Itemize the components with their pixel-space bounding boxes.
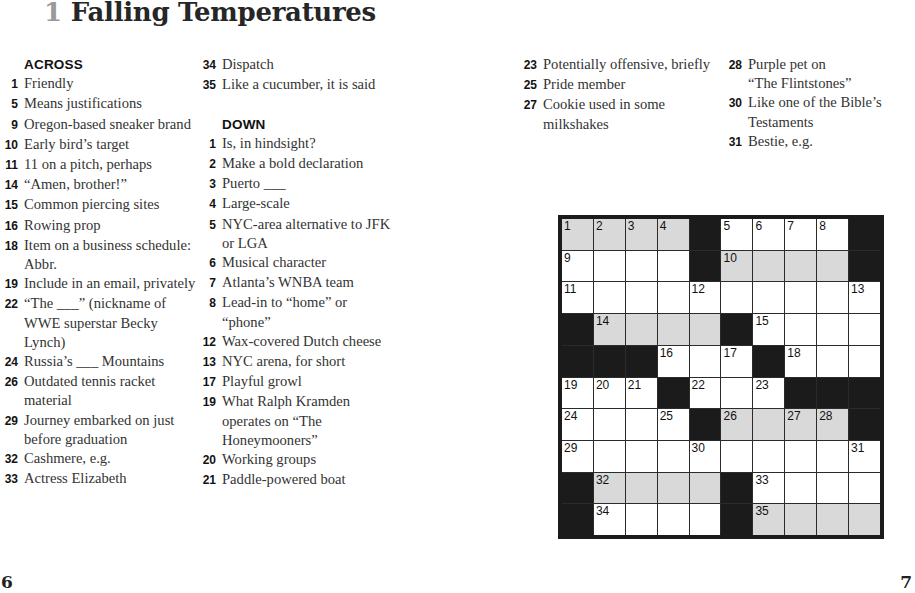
clue-number: 34 — [200, 55, 216, 75]
clue-down-28: 28Purple pet on “The Flintstones” — [726, 55, 911, 93]
clue-across-14: 14“Amen, brother!” — [2, 175, 197, 195]
cell-number: 27 — [787, 410, 800, 422]
clue-number: 1 — [2, 74, 18, 94]
clue-text: Outdated tennis racket material — [24, 372, 197, 410]
clue-across-18: 18Item on a business schedule: Abbr. — [2, 236, 197, 274]
clue-across-33: 33Actress Elizabeth — [2, 469, 197, 489]
cell-number: 14 — [596, 315, 609, 327]
clue-down-13: 13NYC arena, for short — [200, 352, 395, 372]
cell-r6c7[interactable]: 23 — [753, 378, 784, 409]
cell-number: 26 — [723, 410, 736, 422]
clue-down-5: 5NYC-area alternative to JFK or LGA — [200, 215, 395, 253]
cell-r2c3[interactable] — [626, 251, 657, 282]
cell-r3c2[interactable] — [594, 282, 625, 313]
cell-r4c2[interactable]: 14 — [594, 314, 625, 345]
block-r6c4 — [658, 378, 689, 409]
clue-across-26: 26Outdated tennis racket material — [2, 372, 197, 410]
cell-r5c8[interactable]: 18 — [785, 346, 816, 377]
clue-text: Large-scale — [222, 194, 290, 213]
clue-text: Musical character — [222, 253, 326, 272]
page-number-right: 7 — [900, 572, 912, 592]
puzzle-title: 1Falling Temperatures — [44, 0, 376, 27]
clue-number: 16 — [2, 216, 18, 236]
clue-text: Means justifications — [24, 94, 142, 113]
clue-column-across: ACROSS1Friendly5Means justifications9Ore… — [2, 55, 197, 489]
cell-number: 35 — [755, 505, 768, 517]
clue-across-34: 34Dispatch — [200, 55, 395, 75]
clue-across-22: 22“The ___” (nickname of WWE superstar B… — [2, 294, 197, 352]
cell-r5c10[interactable] — [849, 346, 880, 377]
cell-number: 8 — [819, 220, 826, 232]
clue-down-17: 17Playful growl — [200, 372, 395, 392]
cell-r5c6[interactable]: 17 — [721, 346, 752, 377]
block-r6c9 — [817, 378, 848, 409]
cell-number: 10 — [723, 252, 736, 264]
block-r4c6 — [721, 314, 752, 345]
cell-r8c8[interactable] — [785, 441, 816, 472]
clue-text: Actress Elizabeth — [24, 469, 127, 488]
clue-text: Cookie used in some milkshakes — [543, 95, 717, 133]
clue-text: Bestie, e.g. — [748, 132, 813, 151]
clue-column-down-continued: 23Potentially offensive, briefly25Pride … — [521, 55, 717, 134]
clue-number: 33 — [2, 469, 18, 489]
clue-text: Puerto ___ — [222, 174, 286, 193]
cell-r1c4[interactable]: 4 — [658, 219, 689, 250]
cell-r3c7[interactable] — [753, 282, 784, 313]
crossword-grid: 1234567891011121314151617181920212223242… — [558, 215, 884, 539]
cell-number: 11 — [564, 283, 576, 295]
page-number-left: 6 — [1, 572, 13, 592]
block-r10c6 — [721, 504, 752, 535]
clue-down-23: 23Potentially offensive, briefly — [521, 55, 717, 75]
clue-number: 28 — [726, 55, 742, 75]
cell-r3c9[interactable] — [817, 282, 848, 313]
clue-text: Make a bold declaration — [222, 154, 363, 173]
clue-number: 20 — [200, 450, 216, 470]
clue-text: Atlanta’s WNBA team — [222, 273, 354, 292]
cell-r4c3[interactable] — [626, 314, 657, 345]
block-r5c3 — [626, 346, 657, 377]
cell-r10c2[interactable]: 34 — [594, 504, 625, 535]
cell-r6c6[interactable] — [721, 378, 752, 409]
clue-text: Rowing prop — [24, 216, 101, 235]
cell-r8c5[interactable]: 30 — [690, 441, 721, 472]
clue-number: 31 — [726, 132, 742, 152]
cell-number: 29 — [564, 442, 577, 454]
clue-across-35: 35Like a cucumber, it is said — [200, 75, 395, 95]
cell-r9c8[interactable] — [785, 473, 816, 504]
across-header: ACROSS — [24, 55, 197, 74]
cell-r9c10[interactable] — [849, 473, 880, 504]
clue-down-1: 1Is, in hindsight? — [200, 134, 395, 154]
cell-r5c9[interactable] — [817, 346, 848, 377]
clue-down-20: 20Working groups — [200, 450, 395, 470]
clue-down-8: 8Lead-in to “home” or “phone” — [200, 293, 395, 331]
cell-r10c4[interactable] — [658, 504, 689, 535]
cell-r8c3[interactable] — [626, 441, 657, 472]
cell-r4c4[interactable] — [658, 314, 689, 345]
clue-down-12: 12Wax-covered Dutch cheese — [200, 332, 395, 352]
clue-text: Journey embarked on just before graduati… — [24, 411, 197, 449]
cell-r8c10[interactable]: 31 — [849, 441, 880, 472]
clue-number: 13 — [200, 352, 216, 372]
clue-across-32: 32Cashmere, e.g. — [2, 449, 197, 469]
block-r7c10 — [849, 409, 880, 440]
clue-number: 9 — [2, 115, 18, 135]
clue-down-2: 2Make a bold declaration — [200, 154, 395, 174]
block-r2c5 — [690, 251, 721, 282]
cell-number: 22 — [692, 379, 705, 391]
cell-number: 9 — [564, 252, 571, 264]
clue-number: 5 — [2, 94, 18, 114]
clue-column-down-end: 28Purple pet on “The Flintstones”30Like … — [726, 55, 911, 152]
cell-r4c5[interactable] — [690, 314, 721, 345]
block-r2c10 — [849, 251, 880, 282]
cell-r7c9[interactable]: 28 — [817, 409, 848, 440]
clue-text: Paddle-powered boat — [222, 470, 346, 489]
cell-r8c7[interactable] — [753, 441, 784, 472]
cell-r7c1[interactable]: 24 — [562, 409, 593, 440]
cell-number: 31 — [851, 442, 864, 454]
cell-r9c2[interactable]: 32 — [594, 473, 625, 504]
block-r6c8 — [785, 378, 816, 409]
cell-r5c4[interactable]: 16 — [658, 346, 689, 377]
cell-number: 18 — [787, 347, 800, 359]
clue-down-4: 4Large-scale — [200, 194, 395, 214]
clue-text: Cashmere, e.g. — [24, 449, 111, 468]
clue-across-1: 1Friendly — [2, 74, 197, 94]
clue-number: 1 — [200, 134, 216, 154]
cell-r8c4[interactable] — [658, 441, 689, 472]
cell-r3c6[interactable] — [721, 282, 752, 313]
clue-text: Russia’s ___ Mountains — [24, 352, 164, 371]
clue-down-30: 30Like one of the Bible’s Testaments — [726, 93, 911, 131]
cell-r1c3[interactable]: 3 — [626, 219, 657, 250]
cell-number: 5 — [723, 220, 730, 232]
cell-number: 32 — [596, 474, 609, 486]
clue-text: Is, in hindsight? — [222, 134, 316, 153]
cell-r4c7[interactable]: 15 — [753, 314, 784, 345]
cell-r5c5[interactable] — [690, 346, 721, 377]
clue-list-gap — [200, 95, 395, 114]
clue-text: Wax-covered Dutch cheese — [222, 332, 381, 351]
cell-r3c3[interactable] — [626, 282, 657, 313]
cell-number: 17 — [723, 347, 736, 359]
cell-r2c8[interactable] — [785, 251, 816, 282]
clue-number: 25 — [521, 75, 537, 95]
down-header: DOWN — [222, 115, 395, 134]
clue-number: 23 — [521, 55, 537, 75]
cell-number: 6 — [755, 220, 762, 232]
cell-r10c7[interactable]: 35 — [753, 504, 784, 535]
cell-r1c8[interactable]: 7 — [785, 219, 816, 250]
clue-number: 22 — [2, 294, 18, 314]
cell-number: 34 — [596, 505, 609, 517]
clue-number: 19 — [2, 274, 18, 294]
cell-r8c2[interactable] — [594, 441, 625, 472]
clue-down-25: 25Pride member — [521, 75, 717, 95]
clue-text: NYC arena, for short — [222, 352, 345, 371]
block-r7c5 — [690, 409, 721, 440]
clue-text: Early bird’s target — [24, 135, 129, 154]
clue-across-24: 24Russia’s ___ Mountains — [2, 352, 197, 372]
cell-r7c4[interactable]: 25 — [658, 409, 689, 440]
clue-across-29: 29Journey embarked on just before gradua… — [2, 411, 197, 449]
clue-number: 18 — [2, 236, 18, 256]
cell-r7c6[interactable]: 26 — [721, 409, 752, 440]
cell-r8c1[interactable]: 29 — [562, 441, 593, 472]
block-r5c7 — [753, 346, 784, 377]
clue-number: 11 — [2, 155, 18, 175]
cell-r2c2[interactable] — [594, 251, 625, 282]
clue-text: Pride member — [543, 75, 625, 94]
clue-text: What Ralph Kramden operates on “The Hone… — [222, 392, 395, 450]
cell-number: 15 — [755, 315, 768, 327]
clue-down-21: 21Paddle-powered boat — [200, 470, 395, 490]
clue-text: “Amen, brother!” — [24, 175, 127, 194]
clue-text: Oregon-based sneaker brand — [24, 115, 191, 134]
clue-number: 27 — [521, 95, 537, 115]
clue-number: 14 — [2, 175, 18, 195]
cell-r3c1[interactable]: 11 — [562, 282, 593, 313]
cell-r1c6[interactable]: 5 — [721, 219, 752, 250]
cell-r4c8[interactable] — [785, 314, 816, 345]
clue-across-10: 10Early bird’s target — [2, 135, 197, 155]
cell-r7c8[interactable]: 27 — [785, 409, 816, 440]
clue-text: “The ___” (nickname of WWE superstar Bec… — [24, 294, 197, 352]
cell-r7c7[interactable] — [753, 409, 784, 440]
clue-number: 24 — [2, 352, 18, 372]
cell-number: 30 — [692, 442, 705, 454]
cell-r3c5[interactable]: 12 — [690, 282, 721, 313]
cell-r4c10[interactable] — [849, 314, 880, 345]
cell-r9c5[interactable] — [690, 473, 721, 504]
clue-across-5: 5Means justifications — [2, 94, 197, 114]
block-r9c6 — [721, 473, 752, 504]
cell-r1c9[interactable]: 8 — [817, 219, 848, 250]
block-r9c1 — [562, 473, 593, 504]
clue-across-15: 15Common piercing sites — [2, 195, 197, 215]
cell-r10c10[interactable] — [849, 504, 880, 535]
clue-text: NYC-area alternative to JFK or LGA — [222, 215, 395, 253]
clue-text: Working groups — [222, 450, 316, 469]
clue-column-across-down: 34Dispatch35Like a cucumber, it is saidD… — [200, 55, 395, 490]
clue-number: 32 — [2, 449, 18, 469]
clue-text: Purple pet on “The Flintstones” — [748, 55, 851, 93]
cell-r8c9[interactable] — [817, 441, 848, 472]
clue-text: Like one of the Bible’s Testaments — [748, 93, 911, 131]
cell-number: 19 — [564, 379, 577, 391]
clue-number: 2 — [200, 154, 216, 174]
clue-text: Common piercing sites — [24, 195, 159, 214]
cell-number: 4 — [660, 220, 667, 232]
clue-number: 17 — [200, 372, 216, 392]
cell-number: 24 — [564, 410, 577, 422]
clue-text: Potentially offensive, briefly — [543, 55, 710, 74]
clue-number: 12 — [200, 332, 216, 352]
cell-r9c7[interactable]: 33 — [753, 473, 784, 504]
cell-number: 16 — [660, 347, 673, 359]
cell-r2c4[interactable] — [658, 251, 689, 282]
cell-r2c6[interactable]: 10 — [721, 251, 752, 282]
clue-text: 11 on a pitch, perhaps — [24, 155, 152, 174]
clue-down-27: 27Cookie used in some milkshakes — [521, 95, 717, 133]
cell-r1c2[interactable]: 2 — [594, 219, 625, 250]
block-r1c10 — [849, 219, 880, 250]
clue-down-7: 7Atlanta’s WNBA team — [200, 273, 395, 293]
clue-text: Dispatch — [222, 55, 274, 74]
cell-r10c9[interactable] — [817, 504, 848, 535]
clue-down-31: 31Bestie, e.g. — [726, 132, 911, 152]
block-r10c1 — [562, 504, 593, 535]
cell-r4c9[interactable] — [817, 314, 848, 345]
clue-number: 35 — [200, 75, 216, 95]
clue-text: Item on a business schedule: Abbr. — [24, 236, 197, 274]
cell-r6c1[interactable]: 19 — [562, 378, 593, 409]
cell-number: 25 — [660, 410, 673, 422]
clue-number: 7 — [200, 273, 216, 293]
block-r5c2 — [594, 346, 625, 377]
cell-r3c8[interactable] — [785, 282, 816, 313]
block-r5c1 — [562, 346, 593, 377]
clue-across-16: 16Rowing prop — [2, 216, 197, 236]
cell-r6c2[interactable]: 20 — [594, 378, 625, 409]
cell-r1c1[interactable]: 1 — [562, 219, 593, 250]
cell-number: 33 — [755, 474, 768, 486]
cell-r6c3[interactable]: 21 — [626, 378, 657, 409]
cell-r1c7[interactable]: 6 — [753, 219, 784, 250]
block-r6c10 — [849, 378, 880, 409]
cell-r3c4[interactable] — [658, 282, 689, 313]
cell-number: 2 — [596, 220, 603, 232]
clue-across-11: 1111 on a pitch, perhaps — [2, 155, 197, 175]
clue-across-19: 19Include in an email, privately — [2, 274, 197, 294]
clue-number: 3 — [200, 174, 216, 194]
cell-r10c5[interactable] — [690, 504, 721, 535]
cell-number: 21 — [628, 379, 641, 391]
clue-number: 29 — [2, 411, 18, 431]
cell-r9c4[interactable] — [658, 473, 689, 504]
clue-number: 4 — [200, 194, 216, 214]
clue-number: 15 — [2, 195, 18, 215]
cell-number: 3 — [628, 220, 635, 232]
clue-text: Playful growl — [222, 372, 302, 391]
cell-r7c2[interactable] — [594, 409, 625, 440]
clue-number: 30 — [726, 93, 742, 113]
clue-across-9: 9Oregon-based sneaker brand — [2, 115, 197, 135]
block-r1c5 — [690, 219, 721, 250]
clue-text: Include in an email, privately — [24, 274, 195, 293]
cell-number: 1 — [564, 220, 571, 232]
cell-r10c8[interactable] — [785, 504, 816, 535]
cell-r9c3[interactable] — [626, 473, 657, 504]
cell-r10c3[interactable] — [626, 504, 657, 535]
clue-down-19: 19What Ralph Kramden operates on “The Ho… — [200, 392, 395, 450]
cell-number: 23 — [755, 379, 768, 391]
clue-down-6: 6Musical character — [200, 253, 395, 273]
cell-r2c7[interactable] — [753, 251, 784, 282]
clue-text: Like a cucumber, it is said — [222, 75, 375, 94]
cell-r9c9[interactable] — [817, 473, 848, 504]
clue-text: Friendly — [24, 74, 73, 93]
cell-number: 28 — [819, 410, 832, 422]
block-r4c1 — [562, 314, 593, 345]
cell-number: 13 — [851, 283, 864, 295]
clue-text: Lead-in to “home” or “phone” — [222, 293, 395, 331]
clue-number: 26 — [2, 372, 18, 392]
cell-r6c5[interactable]: 22 — [690, 378, 721, 409]
cell-number: 7 — [787, 220, 794, 232]
clue-number: 21 — [200, 470, 216, 490]
cell-number: 20 — [596, 379, 609, 391]
cell-r8c6[interactable] — [721, 441, 752, 472]
puzzle-title-text: Falling Temperatures — [71, 0, 376, 27]
cell-r7c3[interactable] — [626, 409, 657, 440]
puzzle-number: 1 — [44, 0, 62, 27]
clue-number: 10 — [2, 135, 18, 155]
cell-r3c10[interactable]: 13 — [849, 282, 880, 313]
clue-number: 5 — [200, 215, 216, 235]
cell-r2c1[interactable]: 9 — [562, 251, 593, 282]
clue-number: 19 — [200, 392, 216, 412]
clue-down-3: 3Puerto ___ — [200, 174, 395, 194]
cell-r2c9[interactable] — [817, 251, 848, 282]
cell-number: 12 — [692, 283, 705, 295]
clue-number: 6 — [200, 253, 216, 273]
clue-number: 8 — [200, 293, 216, 313]
